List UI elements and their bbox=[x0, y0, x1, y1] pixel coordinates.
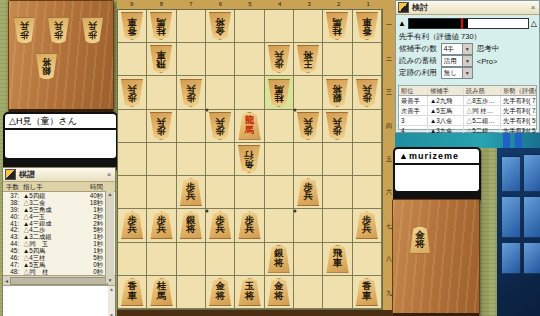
kifu-cell: 47: bbox=[3, 261, 21, 268]
board-cell-9九[interactable]: 香 車 bbox=[118, 276, 147, 309]
piece-kanji: 歩 兵 bbox=[362, 83, 372, 102]
shogi-piece-銀[interactable]: 銀 将 bbox=[35, 53, 58, 80]
board-cell-1九[interactable]: 香 車 bbox=[353, 276, 382, 309]
rank-label: 二 bbox=[383, 42, 395, 75]
evaluation-marker bbox=[461, 18, 463, 29]
board-cell-9六[interactable] bbox=[118, 176, 147, 209]
board-cell-3一[interactable] bbox=[294, 10, 323, 43]
kifu-move-row[interactable]: 40:△4一玉2秒 bbox=[3, 213, 115, 220]
board-cell-2六[interactable] bbox=[323, 176, 352, 209]
kifu-cell: 40: bbox=[3, 213, 21, 220]
kifu-cell: 37: bbox=[3, 192, 21, 199]
piece-kanji: 銀 将 bbox=[186, 216, 196, 235]
shogi-piece-角[interactable]: 角 行 bbox=[237, 145, 261, 173]
board-cell-7三[interactable]: 歩 兵 bbox=[177, 76, 206, 109]
hoshi-dot bbox=[294, 109, 297, 112]
shogi-piece-香[interactable]: 香 車 bbox=[355, 278, 379, 306]
shogi-piece-歩[interactable]: 歩 兵 bbox=[208, 112, 232, 140]
board-cell-5八[interactable] bbox=[235, 243, 264, 276]
kifu-window-icon bbox=[5, 169, 16, 180]
setting-label: 読みの蓄積 bbox=[399, 56, 437, 66]
kifu-cell: ▲5四銀 bbox=[21, 192, 81, 199]
setting-dropdown[interactable]: 4手▼ bbox=[441, 43, 473, 55]
candidate-row[interactable]: 3▲3八金△5二銀…先手有利( 590) bbox=[399, 116, 536, 126]
board-cell-9八[interactable] bbox=[118, 243, 147, 276]
board-cell-7四[interactable] bbox=[177, 110, 206, 143]
shogi-piece-金[interactable]: 金 将 bbox=[208, 12, 232, 40]
kifu-cell: 2秒 bbox=[81, 213, 104, 220]
board-cell-5七[interactable]: 歩 兵 bbox=[235, 209, 264, 242]
kifu-cell: 1秒 bbox=[81, 240, 104, 247]
kifu-move-row[interactable]: 38:△3二金18秒 bbox=[3, 199, 115, 206]
desktop-strip bbox=[395, 133, 540, 148]
board-cell-6四[interactable]: 歩 兵 bbox=[206, 110, 235, 143]
kifu-move-list[interactable]: 37:▲5四銀40秒38:△3二金18秒39:▲5三角成1秒40:△4一玉2秒4… bbox=[3, 192, 115, 275]
shogi-piece-桂[interactable]: 桂 馬 bbox=[325, 12, 349, 40]
candidate-table[interactable]: 順位候補手読み筋形勢（評価値）最善手▲2九飛△8五歩…先手有利( 730)次善手… bbox=[398, 85, 537, 130]
board-cell-3四[interactable]: 歩 兵 bbox=[294, 110, 323, 143]
analysis-panel: 検討 × ▲ △ 先手有利（評価値 730） 候補手の数4手▼思考中読みの蓄積活… bbox=[395, 0, 540, 133]
board-cell-3九[interactable] bbox=[294, 276, 323, 309]
evaluation-bar bbox=[408, 18, 529, 29]
shogi-piece-歩[interactable]: 歩 兵 bbox=[179, 178, 203, 206]
sente-nameplate: ▲murizeme bbox=[393, 147, 481, 203]
candidate-header-cell: 候補手 bbox=[428, 86, 464, 95]
desktop-strip-bar2 bbox=[515, 133, 522, 148]
board-cell-6八[interactable] bbox=[206, 243, 235, 276]
file-label: 7 bbox=[176, 0, 206, 9]
kifu-cell: 46: bbox=[3, 254, 21, 261]
file-labels: 987654321 bbox=[117, 0, 383, 9]
shogi-piece-歩[interactable]: 歩 兵 bbox=[355, 79, 379, 107]
board-cell-5九[interactable]: 玉 将 bbox=[235, 276, 264, 309]
board-cell-3六[interactable]: 歩 兵 bbox=[294, 176, 323, 209]
hoshi-dot bbox=[205, 209, 208, 212]
kifu-header: 時間 bbox=[81, 182, 104, 191]
board-cell-6九[interactable]: 金 将 bbox=[206, 276, 235, 309]
candidate-header-cell: 順位 bbox=[399, 86, 428, 95]
kifu-cell: 42: bbox=[3, 226, 21, 233]
gote-name: △H見（童）さん bbox=[5, 114, 116, 128]
shogi-piece-金[interactable]: 金 将 bbox=[267, 278, 291, 306]
kifu-panel: 棋譜 × 手数指し手時間 37:▲5四銀40秒38:△3二金18秒39:▲5三角… bbox=[2, 167, 116, 316]
candidate-cell: 先手有利( 730) bbox=[501, 96, 536, 105]
kifu-cell: 1秒 bbox=[81, 247, 104, 254]
setting-status: <Pro> bbox=[477, 57, 497, 66]
board-cell-7一[interactable] bbox=[177, 10, 206, 43]
piece-kanji: 角 行 bbox=[245, 149, 255, 168]
file-label: 8 bbox=[147, 0, 177, 9]
kifu-cell: △4三桂 bbox=[21, 254, 81, 261]
candidate-cell: ▲5五馬 bbox=[428, 106, 464, 115]
board-cell-2八[interactable]: 飛 車 bbox=[323, 243, 352, 276]
board-cell-1五[interactable] bbox=[353, 143, 382, 176]
candidate-row[interactable]: 最善手▲2九飛△8五歩…先手有利( 730) bbox=[399, 96, 536, 106]
board-cell-7五[interactable] bbox=[177, 143, 206, 176]
kifu-cell: ▲3二成銀 bbox=[21, 233, 81, 240]
shogi-piece-飛[interactable]: 飛 車 bbox=[325, 245, 349, 273]
kifu-move-row[interactable]: 44:△同 玉1秒 bbox=[3, 240, 115, 247]
board-cell-9五[interactable] bbox=[118, 143, 147, 176]
dropdown-arrow-icon[interactable]: ▼ bbox=[462, 44, 472, 54]
board-cell-8八[interactable] bbox=[147, 243, 176, 276]
shogi-piece-銀[interactable]: 銀 将 bbox=[325, 79, 349, 107]
board-cell-5四[interactable]: 龍 馬 bbox=[235, 110, 264, 143]
setting-row: 読みの蓄積活用▼<Pro> bbox=[396, 55, 539, 67]
setting-dropdown[interactable]: 無し▼ bbox=[441, 67, 473, 79]
piece-kanji: 歩 兵 bbox=[215, 116, 225, 135]
board-cell-4三[interactable]: 桂 馬 bbox=[265, 76, 294, 109]
board-cell-1八[interactable] bbox=[353, 243, 382, 276]
piece-kanji: 龍 馬 bbox=[245, 116, 255, 135]
analysis-settings: 候補手の数4手▼思考中読みの蓄積活用▼<Pro>定跡の利用無し▼ bbox=[396, 43, 539, 79]
analysis-close-icon[interactable]: × bbox=[527, 3, 539, 12]
kifu-cell: 43: bbox=[3, 233, 21, 240]
gote-mark: △ bbox=[531, 19, 537, 28]
candidate-cell: 3 bbox=[399, 116, 428, 125]
board-cell-5三[interactable] bbox=[235, 76, 264, 109]
piece-kanji: 銀 将 bbox=[42, 58, 51, 76]
file-label: 9 bbox=[117, 0, 147, 9]
piece-kanji: 金 将 bbox=[274, 282, 284, 301]
piece-kanji: 歩 兵 bbox=[127, 83, 137, 102]
piece-kanji: 香 車 bbox=[127, 282, 137, 301]
candidate-header-cell: 形勢（評価値） bbox=[501, 86, 536, 95]
kifu-horizontal-scrollbar[interactable]: ◄► bbox=[3, 275, 115, 285]
board-cell-1二[interactable] bbox=[353, 43, 382, 76]
analysis-window-icon bbox=[398, 2, 409, 13]
setting-dropdown[interactable]: 活用▼ bbox=[441, 55, 473, 67]
piece-kanji: 桂 馬 bbox=[157, 17, 167, 36]
piece-kanji: 桂 馬 bbox=[157, 282, 167, 301]
shogi-piece-桂[interactable]: 桂 馬 bbox=[267, 79, 291, 107]
advantage-text: 先手有利（評価値 730） bbox=[396, 31, 539, 43]
piece-kanji: 香 車 bbox=[127, 17, 137, 36]
board-cell-7九[interactable] bbox=[177, 276, 206, 309]
candidate-cell: ▲2九飛 bbox=[428, 96, 464, 105]
file-label: 3 bbox=[294, 0, 324, 9]
board-cell-8四[interactable]: 歩 兵 bbox=[147, 110, 176, 143]
kifu-cell: 39: bbox=[3, 206, 21, 213]
candidate-cell: 次善手 bbox=[399, 106, 428, 115]
board-cell-3五[interactable] bbox=[294, 143, 323, 176]
kifu-move-row[interactable]: 39:▲5三角成1秒 bbox=[3, 206, 115, 213]
piece-kanji: 香 車 bbox=[362, 17, 372, 36]
kifu-vertical-scrollbar[interactable]: ▲▼ bbox=[105, 191, 114, 283]
rank-label: 三 bbox=[383, 76, 395, 109]
shogi-piece-金[interactable]: 金 将 bbox=[208, 278, 232, 306]
shogi-piece-香[interactable]: 香 車 bbox=[120, 12, 144, 40]
kifu-header: 手数 bbox=[3, 182, 21, 191]
board-cell-3三[interactable] bbox=[294, 76, 323, 109]
shogi-piece-王[interactable]: 王 将 bbox=[296, 45, 320, 73]
rank-label: 一 bbox=[383, 9, 395, 42]
setting-label: 候補手の数 bbox=[399, 44, 437, 54]
kifu-move-row[interactable]: 41:▲4三銀成2秒 bbox=[3, 220, 115, 227]
piece-kanji: 王 将 bbox=[303, 50, 313, 69]
board-cell-7七[interactable]: 銀 将 bbox=[177, 209, 206, 242]
kifu-cell: 0秒 bbox=[81, 268, 104, 275]
shogi-piece-歩[interactable]: 歩 兵 bbox=[267, 45, 291, 73]
hoshi-dot bbox=[294, 209, 297, 212]
kifu-cell: 45: bbox=[3, 247, 21, 254]
kifu-move-row[interactable]: 43:▲3二成銀1秒 bbox=[3, 233, 115, 240]
piece-kanji: 桂 馬 bbox=[274, 83, 284, 102]
shogi-piece-歩[interactable]: 歩 兵 bbox=[149, 211, 173, 239]
board-cell-8三[interactable] bbox=[147, 76, 176, 109]
piece-kanji: 桂 馬 bbox=[333, 17, 343, 36]
piece-kanji: 歩 兵 bbox=[157, 116, 167, 135]
board-cell-2七[interactable] bbox=[323, 209, 352, 242]
board-cell-4六[interactable] bbox=[265, 176, 294, 209]
rank-label: 四 bbox=[383, 109, 395, 142]
kifu-cell: 38: bbox=[3, 199, 21, 206]
dropdown-arrow-icon[interactable]: ▼ bbox=[462, 68, 472, 78]
board-cell-7六[interactable]: 歩 兵 bbox=[177, 176, 206, 209]
board-cell-8七[interactable]: 歩 兵 bbox=[147, 209, 176, 242]
kifu-cell: △4二歩 bbox=[21, 226, 81, 233]
kifu-move-row[interactable]: 42:△4二歩5秒 bbox=[3, 226, 115, 233]
shogi-piece-歩[interactable]: 歩 兵 bbox=[47, 17, 70, 44]
piece-kanji: 歩 兵 bbox=[303, 116, 313, 135]
gote-nameplate: △H見（童）さん bbox=[3, 112, 118, 171]
kifu-cell: △同 桂 bbox=[21, 268, 81, 275]
piece-kanji: 歩 兵 bbox=[362, 216, 372, 235]
candidate-row[interactable]: 次善手▲5五馬△同 桂…先手有利( 721) bbox=[399, 106, 536, 116]
board-cell-1三[interactable]: 歩 兵 bbox=[353, 76, 382, 109]
shogi-piece-歩[interactable]: 歩 兵 bbox=[120, 211, 144, 239]
candidate-cell: ▲3八金 bbox=[428, 116, 464, 125]
kifu-cell: ▲5五馬 bbox=[21, 261, 81, 268]
piece-kanji: 歩 兵 bbox=[186, 83, 196, 102]
shogi-piece-歩[interactable]: 歩 兵 bbox=[208, 211, 232, 239]
shogi-piece-飛[interactable]: 飛 車 bbox=[149, 45, 173, 73]
board-cell-9七[interactable]: 歩 兵 bbox=[118, 209, 147, 242]
kifu-cell: △3二金 bbox=[21, 199, 81, 206]
dropdown-arrow-icon[interactable]: ▼ bbox=[462, 56, 472, 66]
board-cell-5一[interactable] bbox=[235, 10, 264, 43]
board-cell-4七[interactable] bbox=[265, 209, 294, 242]
kifu-cell: ▲4三銀成 bbox=[21, 220, 81, 227]
shogi-piece-桂[interactable]: 桂 馬 bbox=[149, 278, 173, 306]
hoshi-dot bbox=[205, 109, 208, 112]
evaluation-fill bbox=[409, 19, 468, 28]
kifu-titlebar[interactable]: 棋譜 × bbox=[3, 168, 115, 182]
file-label: 4 bbox=[265, 0, 295, 9]
kifu-cell: 1秒 bbox=[81, 233, 104, 240]
board-cell-4五[interactable] bbox=[265, 143, 294, 176]
sente-message-area bbox=[395, 165, 479, 191]
piece-kanji: 歩 兵 bbox=[215, 216, 225, 235]
shogi-piece-歩[interactable]: 歩 兵 bbox=[325, 112, 349, 140]
kifu-move-row[interactable]: 45:▲5四馬1秒 bbox=[3, 247, 115, 254]
kifu-cell: ▲5四馬 bbox=[21, 247, 81, 254]
board-cell-9三[interactable]: 歩 兵 bbox=[118, 76, 147, 109]
candidate-table-header: 順位候補手読み筋形勢（評価値） bbox=[399, 86, 536, 96]
gote-captured-piece-stand[interactable]: 歩 兵歩 兵歩 兵銀 将 bbox=[8, 0, 114, 113]
candidate-cell: △5二銀… bbox=[464, 116, 501, 125]
setting-label: 定跡の利用 bbox=[399, 68, 437, 78]
kifu-cell: 40秒 bbox=[81, 192, 104, 199]
kifu-comment-box[interactable]: ▲▼ bbox=[3, 285, 115, 316]
shogi-piece-歩[interactable]: 歩 兵 bbox=[13, 17, 36, 44]
board-cell-9二[interactable] bbox=[118, 43, 147, 76]
piece-kanji: 歩 兵 bbox=[20, 22, 29, 40]
board-cell-4一[interactable] bbox=[265, 10, 294, 43]
shogi-piece-香[interactable]: 香 車 bbox=[355, 12, 379, 40]
gote-message-area bbox=[5, 130, 116, 158]
kifu-cell: 0秒 bbox=[81, 261, 104, 268]
kifu-list-header: 手数指し手時間 bbox=[3, 182, 115, 192]
file-label: 2 bbox=[324, 0, 354, 9]
board-cell-6五[interactable] bbox=[206, 143, 235, 176]
kifu-cell: 44: bbox=[3, 240, 21, 247]
kifu-cell: 1秒 bbox=[81, 206, 104, 213]
sente-name: ▲murizeme bbox=[395, 149, 479, 163]
shogi-piece-歩[interactable]: 歩 兵 bbox=[296, 112, 320, 140]
board-cell-6二[interactable] bbox=[206, 43, 235, 76]
kifu-cell: 5秒 bbox=[81, 254, 104, 261]
kifu-move-row[interactable]: 47:▲5五馬0秒 bbox=[3, 261, 115, 268]
board-cell-7八[interactable] bbox=[177, 243, 206, 276]
shogi-piece-玉[interactable]: 玉 将 bbox=[237, 278, 261, 306]
board-cell-8五[interactable] bbox=[147, 143, 176, 176]
board-cell-6一[interactable]: 金 将 bbox=[206, 10, 235, 43]
piece-kanji: 歩 兵 bbox=[333, 116, 343, 135]
shogi-piece-歩[interactable]: 歩 兵 bbox=[81, 17, 104, 44]
sente-captured-piece-stand[interactable]: 金 将 bbox=[392, 199, 480, 316]
board-cell-6六[interactable] bbox=[206, 176, 235, 209]
kifu-move-row[interactable]: 46:△4三桂5秒 bbox=[3, 254, 115, 261]
setting-row: 定跡の利用無し▼ bbox=[396, 67, 539, 79]
board-cell-6三[interactable] bbox=[206, 76, 235, 109]
candidate-cell: △同 桂… bbox=[464, 106, 501, 115]
piece-kanji: 歩 兵 bbox=[88, 22, 97, 40]
shogi-piece-歩[interactable]: 歩 兵 bbox=[120, 79, 144, 107]
analysis-titlebar[interactable]: 検討 × bbox=[396, 1, 539, 15]
kifu-cell: ▲5三角成 bbox=[21, 206, 81, 213]
piece-kanji: 銀 将 bbox=[333, 83, 343, 102]
shogi-piece-馬[interactable]: 龍 馬 bbox=[237, 112, 261, 140]
kifu-move-row[interactable]: 48:△同 桂0秒 bbox=[3, 268, 115, 275]
desktop-strip-bar bbox=[503, 133, 510, 148]
shogi-piece-歩[interactable]: 歩 兵 bbox=[355, 211, 379, 239]
sente-mark: ▲ bbox=[398, 19, 406, 28]
shogi-piece-歩[interactable]: 歩 兵 bbox=[149, 112, 173, 140]
board-cell-2五[interactable] bbox=[323, 143, 352, 176]
board-cell-1一[interactable]: 香 車 bbox=[353, 10, 382, 43]
kifu-header: 指し手 bbox=[21, 182, 81, 191]
board-cell-9一[interactable]: 香 車 bbox=[118, 10, 147, 43]
board-cell-6七[interactable]: 歩 兵 bbox=[206, 209, 235, 242]
board-cell-5二[interactable] bbox=[235, 43, 264, 76]
board-cell-1四[interactable] bbox=[353, 110, 382, 143]
shogi-piece-歩[interactable]: 歩 兵 bbox=[179, 79, 203, 107]
piece-kanji: 飛 車 bbox=[333, 249, 343, 268]
board-cell-4八[interactable]: 銀 将 bbox=[265, 243, 294, 276]
board-cell-3二[interactable]: 王 将 bbox=[294, 43, 323, 76]
board-cell-2二[interactable] bbox=[323, 43, 352, 76]
board-cell-4四[interactable] bbox=[265, 110, 294, 143]
piece-kanji: 歩 兵 bbox=[303, 183, 313, 202]
kifu-cell: 48: bbox=[3, 268, 21, 275]
board-cell-3七[interactable] bbox=[294, 209, 323, 242]
candidate-cell: 最善手 bbox=[399, 96, 428, 105]
piece-kanji: 歩 兵 bbox=[127, 216, 137, 235]
candidate-cell: 先手有利( 721) bbox=[501, 106, 536, 115]
board-cell-2一[interactable]: 桂 馬 bbox=[323, 10, 352, 43]
piece-kanji: 銀 将 bbox=[274, 249, 284, 268]
piece-kanji: 金 将 bbox=[215, 17, 225, 36]
piece-kanji: 歩 兵 bbox=[54, 22, 63, 40]
shogi-piece-桂[interactable]: 桂 馬 bbox=[149, 12, 173, 40]
kifu-cell: 18秒 bbox=[81, 199, 104, 206]
kifu-close-icon[interactable]: × bbox=[103, 170, 115, 179]
board-cell-1七[interactable]: 歩 兵 bbox=[353, 209, 382, 242]
kifu-cell: 5秒 bbox=[81, 226, 104, 233]
board-cell-8六[interactable] bbox=[147, 176, 176, 209]
desktop-wallpaper bbox=[497, 148, 540, 316]
board-grid: 香 車桂 馬金 将桂 馬香 車飛 車歩 兵王 将歩 兵歩 兵桂 馬銀 将歩 兵歩… bbox=[117, 9, 383, 310]
piece-kanji: 香 車 bbox=[362, 282, 372, 301]
dropdown-value: 活用 bbox=[442, 56, 462, 66]
board-cell-4九[interactable]: 金 将 bbox=[265, 276, 294, 309]
piece-kanji: 飛 車 bbox=[157, 50, 167, 69]
board-cell-1六[interactable] bbox=[353, 176, 382, 209]
comment-scrollbar[interactable]: ▲▼ bbox=[108, 286, 115, 316]
shogi-piece-歩[interactable]: 歩 兵 bbox=[296, 178, 320, 206]
board-cell-2三[interactable]: 銀 将 bbox=[323, 76, 352, 109]
board-cell-2九[interactable] bbox=[323, 276, 352, 309]
board-cell-8九[interactable]: 桂 馬 bbox=[147, 276, 176, 309]
shogi-piece-香[interactable]: 香 車 bbox=[120, 278, 144, 306]
shogi-board: 987654321 一二三四五六七八九 香 車桂 馬金 将桂 馬香 車飛 車歩 … bbox=[117, 0, 395, 316]
board-cell-5五[interactable]: 角 行 bbox=[235, 143, 264, 176]
board-cell-8一[interactable]: 桂 馬 bbox=[147, 10, 176, 43]
board-bottom-edge bbox=[117, 310, 395, 316]
kifu-move-row[interactable]: 37:▲5四銀40秒 bbox=[3, 192, 115, 199]
piece-kanji: 歩 兵 bbox=[245, 216, 255, 235]
shogi-piece-銀[interactable]: 銀 将 bbox=[179, 211, 203, 239]
evaluation-bar-row: ▲ △ bbox=[396, 15, 539, 31]
kifu-title: 棋譜 bbox=[19, 169, 103, 180]
shogi-piece-銀[interactable]: 銀 将 bbox=[267, 245, 291, 273]
piece-kanji: 金 将 bbox=[415, 231, 425, 250]
candidate-header-cell: 読み筋 bbox=[464, 86, 501, 95]
piece-kanji: 歩 兵 bbox=[274, 50, 284, 69]
board-cell-4二[interactable]: 歩 兵 bbox=[265, 43, 294, 76]
piece-kanji: 歩 兵 bbox=[186, 183, 196, 202]
piece-kanji: 玉 将 bbox=[245, 282, 255, 301]
board-cell-7二[interactable] bbox=[177, 43, 206, 76]
board-cell-2四[interactable]: 歩 兵 bbox=[323, 110, 352, 143]
kifu-cell: 2秒 bbox=[81, 220, 104, 227]
shogi-piece-金[interactable]: 金 将 bbox=[409, 226, 431, 254]
file-label: 1 bbox=[353, 0, 383, 9]
setting-status: 思考中 bbox=[477, 44, 500, 54]
piece-kanji: 歩 兵 bbox=[157, 216, 167, 235]
dropdown-value: 4手 bbox=[442, 44, 462, 54]
dropdown-value: 無し bbox=[442, 68, 462, 78]
board-cell-5六[interactable] bbox=[235, 176, 264, 209]
board-cell-9四[interactable] bbox=[118, 110, 147, 143]
setting-row: 候補手の数4手▼思考中 bbox=[396, 43, 539, 55]
kifu-cell: △同 玉 bbox=[21, 240, 81, 247]
kifu-cell: △4一玉 bbox=[21, 213, 81, 220]
shogi-piece-歩[interactable]: 歩 兵 bbox=[237, 211, 261, 239]
board-cell-8二[interactable]: 飛 車 bbox=[147, 43, 176, 76]
board-cell-3八[interactable] bbox=[294, 243, 323, 276]
